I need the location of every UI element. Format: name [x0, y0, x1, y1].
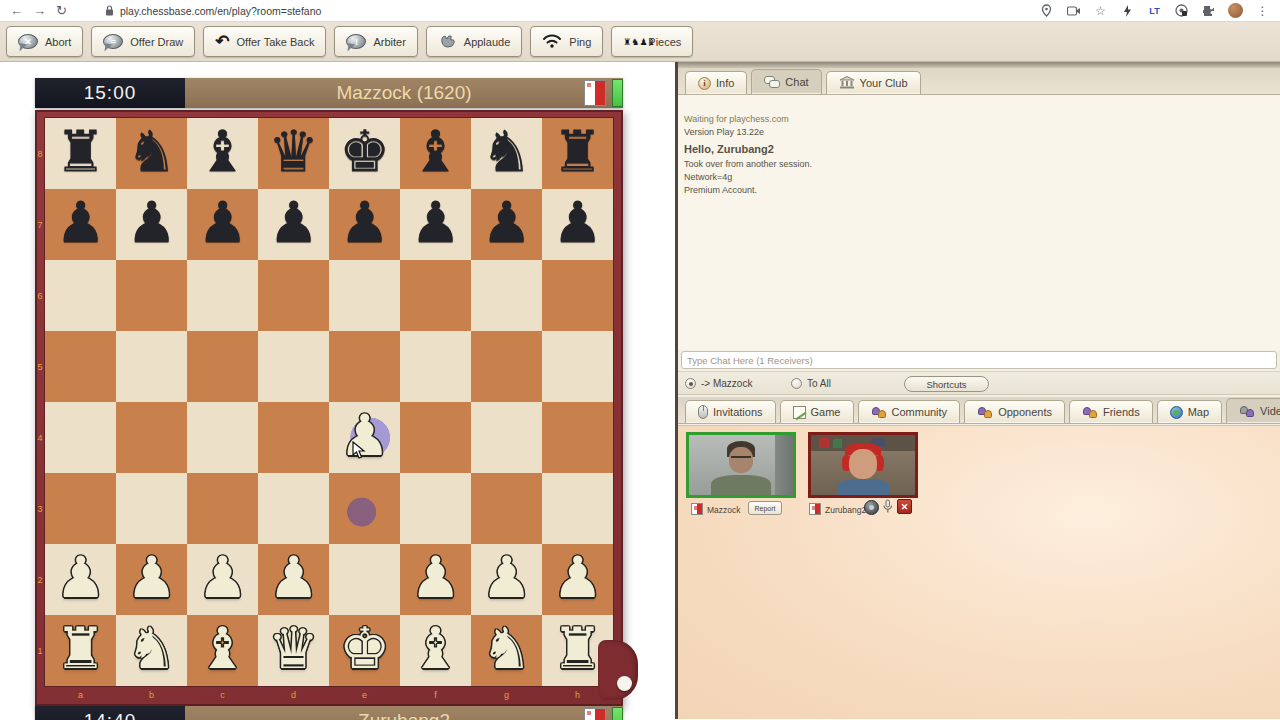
square-f2[interactable]: ♟ — [400, 544, 471, 615]
ping-label: Ping — [569, 36, 591, 48]
opponent-name-bar: Mazzock (1620) — [185, 78, 623, 108]
square-g5[interactable] — [471, 331, 542, 402]
lightning-extension-icon[interactable] — [1120, 3, 1135, 18]
webcam-video-zurubang2 — [811, 435, 915, 495]
opponent-bar: 15:00 Mazzock (1620) — [35, 78, 623, 108]
square-g3[interactable] — [471, 473, 542, 544]
webcam-mazzock[interactable] — [686, 432, 796, 498]
piece-black-a7[interactable]: ♟ — [55, 194, 106, 251]
chat-bubbles-icon — [764, 76, 780, 89]
abort-button[interactable]: ✕ Abort — [6, 26, 83, 57]
square-b2[interactable]: ♟ — [116, 544, 187, 615]
square-h8[interactable]: ♜ — [542, 118, 613, 189]
chat-line: Took over from another session. — [684, 158, 1280, 171]
chat-line: Premium Account. — [684, 184, 1280, 197]
rank-label: 5 — [35, 331, 45, 402]
player-clock: 14:40 — [35, 706, 185, 720]
square-c8[interactable]: ♝ — [187, 118, 258, 189]
square-c4[interactable] — [187, 402, 258, 473]
square-g1[interactable]: ♞ — [471, 615, 542, 686]
square-d7[interactable]: ♟ — [258, 189, 329, 260]
file-labels: abcdefgh — [45, 686, 613, 706]
tab-info[interactable]: i Info — [685, 71, 747, 94]
mazzock-flag-icon — [691, 503, 703, 515]
piece-white-d2[interactable]: ♟ — [268, 549, 319, 606]
square-c5[interactable] — [187, 331, 258, 402]
arbiter-bubble-icon: ! — [346, 34, 366, 49]
piece-black-h7[interactable]: ♟ — [552, 194, 603, 251]
piece-black-e8[interactable]: ♚ — [339, 123, 390, 180]
piece-white-c2[interactable]: ♟ — [197, 549, 248, 606]
globe-icon — [1170, 406, 1183, 419]
square-h6[interactable] — [542, 260, 613, 331]
receiver-row: -> Mazzock To All Shortcuts — [678, 371, 1280, 395]
arbiter-label: Arbiter — [373, 36, 405, 48]
square-d5[interactable] — [258, 331, 329, 402]
rank-labels: 87654321 — [35, 118, 45, 686]
piece-white-e1[interactable]: ♚ — [339, 620, 390, 677]
piece-black-c7[interactable]: ♟ — [197, 194, 248, 251]
square-a4[interactable] — [45, 402, 116, 473]
offer-take-back-button[interactable]: ↶ Offer Take Back — [203, 26, 326, 57]
square-h3[interactable] — [542, 473, 613, 544]
tab-community[interactable]: Community — [858, 400, 961, 423]
square-c2[interactable]: ♟ — [187, 544, 258, 615]
square-d3[interactable] — [258, 473, 329, 544]
square-c3[interactable] — [187, 473, 258, 544]
square-f6[interactable] — [400, 260, 471, 331]
chat-line-greeting: Hello, Zurubang2 — [684, 139, 1280, 158]
pieces-button[interactable]: ♜♞♟♝ Pieces — [611, 26, 693, 57]
side-panel: i Info Chat Your Club Waiting for playch… — [675, 62, 1280, 719]
community-people-icon — [871, 406, 887, 419]
chat-log: Waiting for playchess.com Version Play 1… — [678, 95, 1280, 350]
piece-black-g8[interactable]: ♞ — [481, 123, 532, 180]
square-g8[interactable]: ♞ — [471, 118, 542, 189]
abort-label: Abort — [45, 36, 71, 48]
file-label: e — [329, 686, 400, 706]
file-label: f — [400, 686, 471, 706]
video-panel: Mazzock Report Zurubang2 ✕ — [678, 425, 1280, 719]
piece-white-g2[interactable]: ♟ — [481, 549, 532, 606]
board-resize-dot[interactable] — [617, 676, 632, 691]
rank-label: 2 — [35, 544, 45, 615]
player-name-bar: Zurubang2 — [185, 706, 623, 720]
radio-to-all-label: To All — [807, 378, 831, 389]
lt-extension-icon[interactable]: LT — [1147, 3, 1162, 18]
piece-white-g1[interactable]: ♞ — [481, 620, 532, 677]
square-h5[interactable] — [542, 331, 613, 402]
square-b4[interactable] — [116, 402, 187, 473]
info-icon: i — [698, 77, 711, 90]
board-squares[interactable]: ♜♞♝♛♚♝♞♜♟♟♟♟♟♟♟♟♟♟♟♟♟♟♟♟♜♞♝♛♚♝♞♜ — [45, 118, 613, 686]
mouse-icon — [698, 405, 708, 419]
chat-line: Version Play 13.22e — [684, 126, 1280, 139]
square-a7[interactable]: ♟ — [45, 189, 116, 260]
square-a6[interactable] — [45, 260, 116, 331]
square-g4[interactable] — [471, 402, 542, 473]
lower-tabbar: Invitations Game Community Opponents Fri… — [678, 397, 1280, 424]
refresh-icon[interactable]: ↻ — [56, 4, 67, 17]
friends-people-icon — [1082, 406, 1098, 419]
piece-white-h1[interactable]: ♜ — [552, 620, 603, 677]
file-label: b — [116, 686, 187, 706]
club-building-icon — [839, 76, 855, 91]
piece-black-h8[interactable]: ♜ — [552, 123, 603, 180]
square-f8[interactable]: ♝ — [400, 118, 471, 189]
piece-white-h2[interactable]: ♟ — [552, 549, 603, 606]
square-f3[interactable] — [400, 473, 471, 544]
square-e4[interactable]: ♟ — [329, 402, 400, 473]
tab-opponents[interactable]: Opponents — [964, 400, 1065, 423]
tab-friends[interactable]: Friends — [1069, 400, 1153, 423]
player-connection-indicator — [612, 707, 623, 720]
file-label: c — [187, 686, 258, 706]
location-pin-icon[interactable] — [1039, 3, 1054, 18]
square-e3[interactable] — [329, 473, 400, 544]
square-f7[interactable]: ♟ — [400, 189, 471, 260]
zurubang2-flag-icon — [809, 503, 821, 515]
forward-icon[interactable]: → — [33, 4, 46, 17]
piece-black-e7[interactable]: ♟ — [339, 194, 390, 251]
report-button[interactable]: Report — [748, 501, 782, 515]
piece-white-a2[interactable]: ♟ — [55, 549, 106, 606]
square-e7[interactable]: ♟ — [329, 189, 400, 260]
square-f4[interactable] — [400, 402, 471, 473]
square-a5[interactable] — [45, 331, 116, 402]
piece-white-a1[interactable]: ♜ — [55, 620, 106, 677]
tab-game[interactable]: Game — [780, 400, 854, 423]
square-f1[interactable]: ♝ — [400, 615, 471, 686]
tab-map[interactable]: Map — [1157, 400, 1222, 423]
offer-draw-button[interactable]: = Offer Draw — [91, 26, 195, 57]
rank-label: 7 — [35, 189, 45, 260]
square-e2[interactable] — [329, 544, 400, 615]
opponent-name: Mazzock (1620) — [336, 82, 471, 104]
game-toolbar: ✕ Abort = Offer Draw ↶ Offer Take Back !… — [0, 22, 1280, 62]
square-b1[interactable]: ♞ — [116, 615, 187, 686]
square-a1[interactable]: ♜ — [45, 615, 116, 686]
square-h7[interactable]: ♟ — [542, 189, 613, 260]
piece-black-b7[interactable]: ♟ — [126, 194, 177, 251]
chat-line: Waiting for playchess.com — [684, 113, 1280, 126]
file-label: g — [471, 686, 542, 706]
square-b6[interactable] — [116, 260, 187, 331]
square-c1[interactable]: ♝ — [187, 615, 258, 686]
rank-label: 1 — [35, 615, 45, 686]
square-g6[interactable] — [471, 260, 542, 331]
square-b5[interactable] — [116, 331, 187, 402]
piece-black-f8[interactable]: ♝ — [410, 123, 461, 180]
square-b8[interactable]: ♞ — [116, 118, 187, 189]
piece-white-f2[interactable]: ♟ — [410, 549, 461, 606]
webcam-zurubang2[interactable] — [808, 432, 918, 498]
close-video-button[interactable]: ✕ — [897, 499, 912, 514]
rank-label: 8 — [35, 118, 45, 189]
privacy-extension-icon[interactable] — [1174, 3, 1189, 18]
back-icon[interactable]: ← — [10, 4, 23, 17]
piece-black-c8[interactable]: ♝ — [197, 123, 248, 180]
player-name: Zurubang2 — [358, 710, 450, 720]
microphone-icon[interactable] — [881, 499, 894, 518]
mazzock-cam-label: Mazzock — [707, 505, 741, 515]
square-h2[interactable]: ♟ — [542, 544, 613, 615]
piece-black-d7[interactable]: ♟ — [268, 194, 319, 251]
shortcuts-button[interactable]: Shortcuts — [904, 376, 989, 392]
lock-icon — [105, 5, 114, 16]
square-a3[interactable] — [45, 473, 116, 544]
square-d8[interactable]: ♛ — [258, 118, 329, 189]
square-a8[interactable]: ♜ — [45, 118, 116, 189]
radio-to-opponent-label: -> Mazzock — [701, 378, 752, 389]
abort-bubble-icon: ✕ — [18, 34, 38, 49]
extensions-puzzle-icon[interactable] — [1201, 3, 1216, 18]
chat-input[interactable] — [681, 351, 1277, 369]
bookmark-star-icon[interactable]: ☆ — [1093, 3, 1108, 18]
browser-chrome: ← → ↻ play.chessbase.com/en/play?room=st… — [0, 0, 1280, 22]
applaude-button[interactable]: Applaude — [426, 26, 523, 57]
opponents-people-icon — [977, 406, 993, 419]
opponent-flag-icon — [584, 80, 606, 106]
piece-white-b1[interactable]: ♞ — [126, 620, 177, 677]
ping-button[interactable]: Ping — [530, 26, 603, 57]
square-f5[interactable] — [400, 331, 471, 402]
square-e1[interactable]: ♚ — [329, 615, 400, 686]
applaude-hands-icon — [438, 33, 457, 51]
square-g7[interactable]: ♟ — [471, 189, 542, 260]
square-h4[interactable] — [542, 402, 613, 473]
webcam-video-mazzock — [689, 435, 793, 495]
piece-white-d1[interactable]: ♛ — [268, 620, 319, 677]
square-d2[interactable]: ♟ — [258, 544, 329, 615]
address-bar[interactable]: play.chessbase.com/en/play?room=stefano — [77, 5, 1029, 17]
square-c6[interactable] — [187, 260, 258, 331]
radio-to-all[interactable] — [791, 378, 802, 389]
piece-black-f7[interactable]: ♟ — [410, 194, 461, 251]
square-b7[interactable]: ♟ — [116, 189, 187, 260]
camera-icon[interactable] — [1066, 3, 1081, 18]
zurubang2-cam-label: Zurubang2 — [825, 505, 866, 515]
rank-label: 4 — [35, 402, 45, 473]
chess-pieces-icon: ♜♞♟♝ — [623, 38, 641, 46]
pieces-label: Pieces — [648, 36, 681, 48]
tab-chat[interactable]: Chat — [751, 69, 821, 94]
speaker-icon[interactable] — [864, 500, 879, 515]
video-people-icon — [1239, 405, 1255, 418]
square-e6[interactable] — [329, 260, 400, 331]
square-b3[interactable] — [116, 473, 187, 544]
file-label: a — [45, 686, 116, 706]
tab-video[interactable]: Video — [1226, 398, 1280, 423]
tab-your-club[interactable]: Your Club — [826, 71, 921, 94]
applaude-label: Applaude — [464, 36, 511, 48]
file-label: d — [258, 686, 329, 706]
profile-avatar[interactable] — [1228, 3, 1243, 18]
square-c7[interactable]: ♟ — [187, 189, 258, 260]
board-resize-handle[interactable] — [598, 640, 638, 700]
square-a2[interactable]: ♟ — [45, 544, 116, 615]
opponent-clock: 15:00 — [35, 78, 185, 108]
square-d6[interactable] — [258, 260, 329, 331]
player-bar: 14:40 Zurubang2 — [35, 706, 623, 720]
square-e8[interactable]: ♚ — [329, 118, 400, 189]
square-e5[interactable] — [329, 331, 400, 402]
square-g2[interactable]: ♟ — [471, 544, 542, 615]
chat-line: Network=4g — [684, 171, 1280, 184]
upper-tabbar: i Info Chat Your Club — [678, 68, 1280, 95]
piece-black-g7[interactable]: ♟ — [481, 194, 532, 251]
piece-black-a8[interactable]: ♜ — [55, 123, 106, 180]
mouse-cursor — [352, 441, 366, 459]
notepad-pencil-icon — [793, 406, 806, 419]
rank-label: 3 — [35, 473, 45, 544]
wifi-icon — [542, 33, 562, 50]
arbiter-button[interactable]: ! Arbiter — [334, 26, 417, 57]
piece-black-d8[interactable]: ♛ — [268, 123, 319, 180]
chess-board: 87654321 ♜♞♝♛♚♝♞♜♟♟♟♟♟♟♟♟♟♟♟♟♟♟♟♟♜♞♝♛♚♝♞… — [35, 110, 623, 706]
board-panel: 15:00 Mazzock (1620) 87654321 ♜♞♝♛♚♝♞♜♟♟… — [0, 62, 675, 719]
piece-black-b8[interactable]: ♞ — [126, 123, 177, 180]
rank-label: 6 — [35, 260, 45, 331]
square-d1[interactable]: ♛ — [258, 615, 329, 686]
offer-take-back-label: Offer Take Back — [237, 36, 315, 48]
offer-draw-label: Offer Draw — [130, 36, 183, 48]
url-text: play.chessbase.com/en/play?room=stefano — [120, 5, 321, 17]
radio-to-opponent[interactable] — [685, 378, 696, 389]
draw-bubble-icon: = — [103, 34, 123, 49]
square-d4[interactable] — [258, 402, 329, 473]
piece-white-c1[interactable]: ♝ — [197, 620, 248, 677]
piece-white-f1[interactable]: ♝ — [410, 620, 461, 677]
opponent-connection-indicator — [612, 79, 623, 107]
player-flag-icon — [584, 708, 606, 720]
tab-invitations[interactable]: Invitations — [685, 400, 776, 423]
undo-arrow-icon: ↶ — [215, 33, 229, 50]
menu-dots-icon[interactable]: ⋮ — [1255, 3, 1270, 18]
piece-white-b2[interactable]: ♟ — [126, 549, 177, 606]
